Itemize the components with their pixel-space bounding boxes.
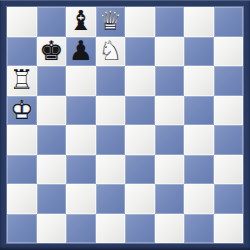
- square-b4[interactable]: [37, 125, 67, 155]
- square-h3[interactable]: [214, 155, 244, 185]
- white-rook-outline-glyph: ♖: [7, 65, 37, 95]
- square-d6[interactable]: [96, 66, 126, 96]
- square-f4[interactable]: [155, 125, 185, 155]
- square-e5[interactable]: [125, 96, 155, 126]
- square-g5[interactable]: [184, 96, 214, 126]
- square-g3[interactable]: [184, 155, 214, 185]
- square-g8[interactable]: [184, 7, 214, 37]
- black-king-glyph: ♚: [37, 36, 67, 66]
- square-f5[interactable]: [155, 96, 185, 126]
- square-a6[interactable]: ♜♖: [7, 66, 37, 96]
- square-d2[interactable]: [96, 184, 126, 214]
- square-c6[interactable]: [66, 66, 96, 96]
- square-c5[interactable]: [66, 96, 96, 126]
- square-b8[interactable]: [37, 7, 67, 37]
- piece-white-knight[interactable]: ♞♘: [96, 37, 126, 67]
- square-h1[interactable]: [214, 214, 244, 244]
- square-e6[interactable]: [125, 66, 155, 96]
- square-h7[interactable]: [214, 37, 244, 67]
- square-f2[interactable]: [155, 184, 185, 214]
- piece-white-queen[interactable]: ♛♕: [96, 7, 126, 37]
- square-h6[interactable]: [214, 66, 244, 96]
- square-h2[interactable]: [214, 184, 244, 214]
- square-h5[interactable]: [214, 96, 244, 126]
- square-c2[interactable]: [66, 184, 96, 214]
- square-c1[interactable]: [66, 214, 96, 244]
- square-a3[interactable]: [7, 155, 37, 185]
- square-c4[interactable]: [66, 125, 96, 155]
- piece-black-king[interactable]: ♚: [37, 37, 67, 67]
- square-e3[interactable]: [125, 155, 155, 185]
- square-b6[interactable]: [37, 66, 67, 96]
- square-f3[interactable]: [155, 155, 185, 185]
- square-d7[interactable]: ♞♘: [96, 37, 126, 67]
- black-pawn-glyph: ♟: [66, 36, 96, 66]
- black-bishop-glyph: ♝: [66, 6, 96, 36]
- square-e2[interactable]: [125, 184, 155, 214]
- square-f1[interactable]: [155, 214, 185, 244]
- square-f7[interactable]: [155, 37, 185, 67]
- square-g1[interactable]: [184, 214, 214, 244]
- square-b2[interactable]: [37, 184, 67, 214]
- square-e4[interactable]: [125, 125, 155, 155]
- square-g7[interactable]: [184, 37, 214, 67]
- square-g2[interactable]: [184, 184, 214, 214]
- white-king-outline-glyph: ♔: [7, 95, 37, 125]
- square-a2[interactable]: [7, 184, 37, 214]
- square-d5[interactable]: [96, 96, 126, 126]
- square-h4[interactable]: [214, 125, 244, 155]
- square-d4[interactable]: [96, 125, 126, 155]
- square-e7[interactable]: [125, 37, 155, 67]
- chess-board: ♝♛♕♚♟♞♘♜♖♚♔: [7, 7, 243, 243]
- piece-white-king[interactable]: ♚♔: [7, 96, 37, 126]
- square-b5[interactable]: [37, 96, 67, 126]
- piece-white-rook[interactable]: ♜♖: [7, 66, 37, 96]
- square-a4[interactable]: [7, 125, 37, 155]
- square-e8[interactable]: [125, 7, 155, 37]
- square-c7[interactable]: ♟: [66, 37, 96, 67]
- square-c8[interactable]: ♝: [66, 7, 96, 37]
- square-e1[interactable]: [125, 214, 155, 244]
- square-f8[interactable]: [155, 7, 185, 37]
- piece-black-pawn[interactable]: ♟: [66, 37, 96, 67]
- square-b3[interactable]: [37, 155, 67, 185]
- square-b1[interactable]: [37, 214, 67, 244]
- square-d8[interactable]: ♛♕: [96, 7, 126, 37]
- square-d3[interactable]: [96, 155, 126, 185]
- square-b7[interactable]: ♚: [37, 37, 67, 67]
- square-a8[interactable]: [7, 7, 37, 37]
- white-queen-outline-glyph: ♕: [96, 6, 126, 36]
- square-d1[interactable]: [96, 214, 126, 244]
- square-a1[interactable]: [7, 214, 37, 244]
- piece-black-bishop[interactable]: ♝: [66, 7, 96, 37]
- square-f6[interactable]: [155, 66, 185, 96]
- square-g4[interactable]: [184, 125, 214, 155]
- square-a5[interactable]: ♚♔: [7, 96, 37, 126]
- white-knight-outline-glyph: ♘: [96, 36, 126, 66]
- square-g6[interactable]: [184, 66, 214, 96]
- board-frame: ♝♛♕♚♟♞♘♜♖♚♔: [0, 0, 250, 250]
- square-c3[interactable]: [66, 155, 96, 185]
- square-a7[interactable]: [7, 37, 37, 67]
- square-h8[interactable]: [214, 7, 244, 37]
